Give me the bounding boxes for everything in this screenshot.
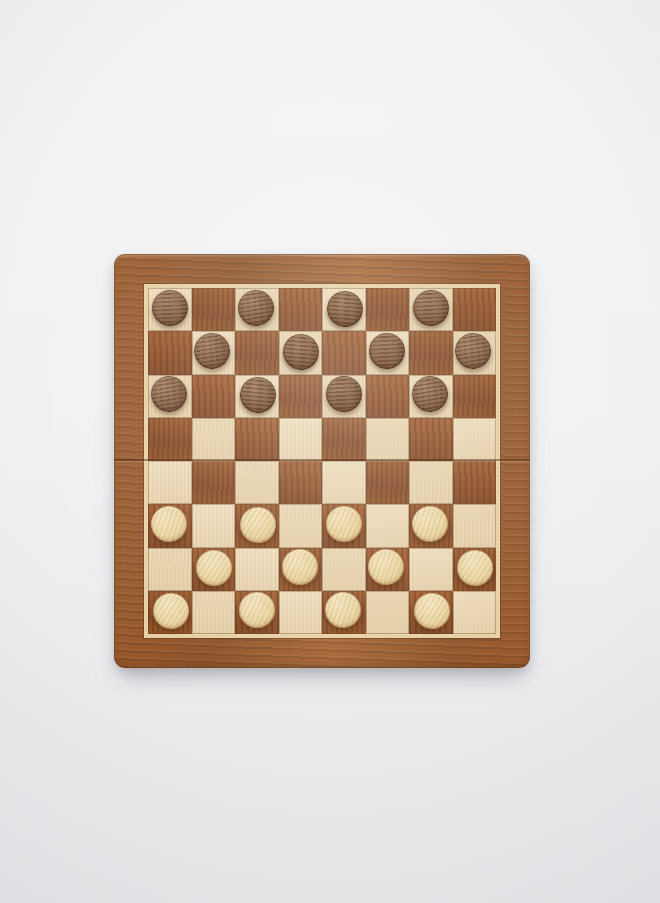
dark-checker-r2c2[interactable] xyxy=(192,331,232,371)
square-r5c7[interactable] xyxy=(409,461,453,504)
dark-checker-r3c3[interactable] xyxy=(237,375,278,416)
light-checker-r8c1[interactable] xyxy=(150,591,191,632)
square-r6c5[interactable] xyxy=(322,504,366,547)
square-r3c4[interactable] xyxy=(279,375,323,418)
light-checker-r7c8[interactable] xyxy=(455,548,496,589)
dark-checker-r3c7[interactable] xyxy=(410,374,450,414)
square-r6c2[interactable] xyxy=(192,504,236,547)
light-checker-r6c7[interactable] xyxy=(410,504,450,544)
square-r7c8[interactable] xyxy=(453,548,497,591)
square-r6c4[interactable] xyxy=(279,504,323,547)
square-r2c7[interactable] xyxy=(409,331,453,374)
light-checker-r6c1[interactable] xyxy=(149,504,189,544)
light-checker-r8c3[interactable] xyxy=(239,592,275,628)
square-r5c5[interactable] xyxy=(322,461,366,504)
square-r8c3[interactable] xyxy=(235,591,279,634)
square-r8c7[interactable] xyxy=(409,591,453,634)
square-r2c8[interactable] xyxy=(453,331,497,374)
square-r4c6[interactable] xyxy=(366,418,410,461)
board-grid xyxy=(148,288,496,634)
dark-checker-r2c6[interactable] xyxy=(369,333,405,369)
square-r2c1[interactable] xyxy=(148,331,192,374)
dark-checker-r1c1[interactable] xyxy=(152,290,188,326)
light-checker-r7c4[interactable] xyxy=(282,549,318,585)
square-r2c5[interactable] xyxy=(322,331,366,374)
square-r7c3[interactable] xyxy=(235,548,279,591)
square-r2c6[interactable] xyxy=(366,331,410,374)
square-r5c3[interactable] xyxy=(235,461,279,504)
square-r1c3[interactable] xyxy=(235,288,279,331)
square-r4c4[interactable] xyxy=(279,418,323,461)
square-r6c7[interactable] xyxy=(409,504,453,547)
square-r6c3[interactable] xyxy=(235,504,279,547)
light-checker-r6c3[interactable] xyxy=(237,505,278,546)
square-r1c8[interactable] xyxy=(453,288,497,331)
light-checker-r7c2[interactable] xyxy=(194,548,235,589)
dark-checker-r2c8[interactable] xyxy=(453,331,493,371)
square-r4c7[interactable] xyxy=(409,418,453,461)
square-r3c7[interactable] xyxy=(409,375,453,418)
checkers-board xyxy=(114,254,530,668)
square-r6c1[interactable] xyxy=(148,504,192,547)
square-r5c8[interactable] xyxy=(453,461,497,504)
square-r7c7[interactable] xyxy=(409,548,453,591)
square-r8c8[interactable] xyxy=(453,591,497,634)
square-r8c6[interactable] xyxy=(366,591,410,634)
dark-checker-r2c4[interactable] xyxy=(281,332,322,373)
square-r8c4[interactable] xyxy=(279,591,323,634)
square-r7c6[interactable] xyxy=(366,548,410,591)
square-r3c2[interactable] xyxy=(192,375,236,418)
square-r7c5[interactable] xyxy=(322,548,366,591)
square-r1c5[interactable] xyxy=(322,288,366,331)
light-checker-r6c5[interactable] xyxy=(326,506,362,542)
dark-checker-r1c7[interactable] xyxy=(413,290,449,326)
square-r3c8[interactable] xyxy=(453,375,497,418)
square-r2c4[interactable] xyxy=(279,331,323,374)
square-r1c1[interactable] xyxy=(148,288,192,331)
square-r7c1[interactable] xyxy=(148,548,192,591)
square-r1c2[interactable] xyxy=(192,288,236,331)
square-r5c6[interactable] xyxy=(366,461,410,504)
dark-checker-r3c5[interactable] xyxy=(326,376,362,412)
light-checker-r7c6[interactable] xyxy=(366,547,406,587)
square-r7c2[interactable] xyxy=(192,548,236,591)
square-r7c4[interactable] xyxy=(279,548,323,591)
square-r6c6[interactable] xyxy=(366,504,410,547)
square-r3c6[interactable] xyxy=(366,375,410,418)
playing-field xyxy=(144,284,500,638)
square-r3c3[interactable] xyxy=(235,375,279,418)
square-r8c2[interactable] xyxy=(192,591,236,634)
square-r5c4[interactable] xyxy=(279,461,323,504)
light-checker-r8c7[interactable] xyxy=(411,591,452,632)
square-r4c3[interactable] xyxy=(235,418,279,461)
square-r1c6[interactable] xyxy=(366,288,410,331)
square-r5c2[interactable] xyxy=(192,461,236,504)
square-r2c3[interactable] xyxy=(235,331,279,374)
light-checker-r8c5[interactable] xyxy=(323,591,363,631)
square-r4c8[interactable] xyxy=(453,418,497,461)
square-r5c1[interactable] xyxy=(148,461,192,504)
square-r6c8[interactable] xyxy=(453,504,497,547)
square-r3c5[interactable] xyxy=(322,375,366,418)
square-r3c1[interactable] xyxy=(148,375,192,418)
square-r4c1[interactable] xyxy=(148,418,192,461)
square-r2c2[interactable] xyxy=(192,331,236,374)
dark-checker-r1c5[interactable] xyxy=(324,288,365,329)
square-r8c5[interactable] xyxy=(322,591,366,634)
square-r4c5[interactable] xyxy=(322,418,366,461)
photo-scene xyxy=(0,0,660,903)
square-r4c2[interactable] xyxy=(192,418,236,461)
dark-checker-r3c1[interactable] xyxy=(149,374,189,414)
square-r1c7[interactable] xyxy=(409,288,453,331)
dark-checker-r1c3[interactable] xyxy=(236,288,276,328)
square-r8c1[interactable] xyxy=(148,591,192,634)
square-r1c4[interactable] xyxy=(279,288,323,331)
